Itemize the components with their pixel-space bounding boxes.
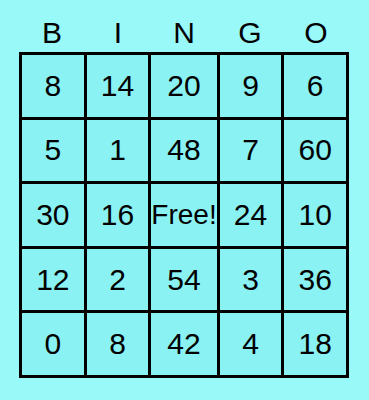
bingo-cell-r3c4[interactable]: 36 (284, 249, 346, 311)
header-letter-i: I (85, 16, 151, 50)
header-letter-g: G (217, 16, 283, 50)
bingo-card: B I N G O 8 14 20 9 6 5 1 48 7 60 30 16 … (0, 0, 369, 400)
bingo-cell-r0c3[interactable]: 9 (220, 55, 282, 117)
header-letter-n: N (151, 16, 217, 50)
bingo-cell-r2c4[interactable]: 10 (284, 184, 346, 246)
bingo-cell-r3c0[interactable]: 12 (22, 249, 84, 311)
bingo-cell-r0c1[interactable]: 14 (87, 55, 149, 117)
bingo-cell-r4c4[interactable]: 18 (284, 313, 346, 375)
bingo-cell-r2c0[interactable]: 30 (22, 184, 84, 246)
header-letter-o: O (283, 16, 349, 50)
bingo-board: 8 14 20 9 6 5 1 48 7 60 30 16 Free! 24 1… (19, 52, 349, 378)
bingo-cell-r3c3[interactable]: 3 (220, 249, 282, 311)
bingo-cell-r3c2[interactable]: 54 (151, 249, 216, 311)
bingo-cell-r1c0[interactable]: 5 (22, 120, 84, 182)
bingo-cell-r1c3[interactable]: 7 (220, 120, 282, 182)
bingo-cell-r4c1[interactable]: 8 (87, 313, 149, 375)
bingo-header: B I N G O (19, 16, 349, 50)
bingo-cell-r1c4[interactable]: 60 (284, 120, 346, 182)
bingo-cell-r2c1[interactable]: 16 (87, 184, 149, 246)
bingo-cell-r1c1[interactable]: 1 (87, 120, 149, 182)
header-letter-b: B (19, 16, 85, 50)
bingo-cell-r0c2[interactable]: 20 (151, 55, 216, 117)
bingo-cell-r0c4[interactable]: 6 (284, 55, 346, 117)
bingo-cell-r1c2[interactable]: 48 (151, 120, 216, 182)
bingo-cell-r4c0[interactable]: 0 (22, 313, 84, 375)
bingo-cell-r4c2[interactable]: 42 (151, 313, 216, 375)
bingo-cell-r4c3[interactable]: 4 (220, 313, 282, 375)
bingo-cell-r2c3[interactable]: 24 (220, 184, 282, 246)
bingo-cell-r0c0[interactable]: 8 (22, 55, 84, 117)
bingo-cell-r3c1[interactable]: 2 (87, 249, 149, 311)
free-space-cell[interactable]: Free! (151, 184, 216, 246)
